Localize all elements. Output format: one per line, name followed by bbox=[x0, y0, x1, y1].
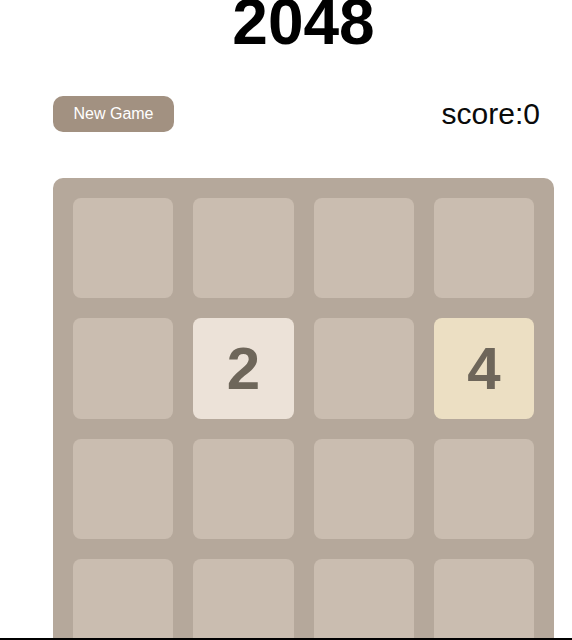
empty-cell bbox=[73, 318, 173, 418]
page: 2048 New Game score:0 24 bbox=[0, 0, 572, 640]
empty-cell bbox=[73, 559, 173, 640]
tile-2: 2 bbox=[193, 318, 293, 418]
score-display: score:0 bbox=[442, 97, 540, 132]
empty-cell bbox=[193, 559, 293, 640]
empty-cell bbox=[193, 439, 293, 539]
new-game-button[interactable]: New Game bbox=[53, 96, 174, 132]
empty-cell bbox=[314, 318, 414, 418]
empty-cell bbox=[434, 439, 534, 539]
tile-4: 4 bbox=[434, 318, 534, 418]
empty-cell bbox=[314, 198, 414, 298]
empty-cell bbox=[73, 439, 173, 539]
empty-cell bbox=[434, 559, 534, 640]
game-board[interactable]: 24 bbox=[53, 178, 554, 640]
empty-cell bbox=[73, 198, 173, 298]
empty-cell bbox=[434, 198, 534, 298]
empty-cell bbox=[314, 439, 414, 539]
empty-cell bbox=[193, 198, 293, 298]
empty-cell bbox=[314, 559, 414, 640]
page-title: 2048 bbox=[53, 0, 554, 54]
